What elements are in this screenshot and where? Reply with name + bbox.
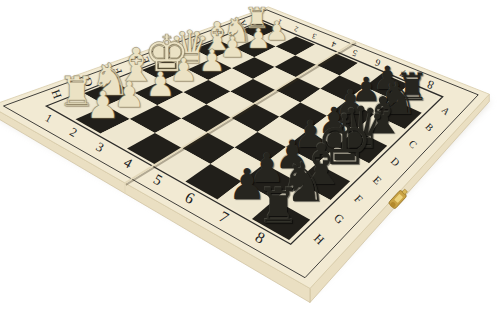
chess-set-photo: 1122334455667788AABBCCDDEEFFGGHH ♜♞♝♛♚♝♞… (0, 0, 500, 332)
piece-black-rook[interactable]: ♜ (256, 182, 300, 231)
piece-white-pawn[interactable]: ♟ (145, 67, 175, 101)
piece-white-pawn[interactable]: ♟ (86, 87, 120, 125)
piece-white-pawn[interactable]: ♟ (246, 25, 271, 53)
pieces-layer: ♜♞♝♛♚♝♞♜♟♟♟♟♟♟♟♟♟♟♟♟♟♟♟♟♜♞♝♛♚♝♞♜ (0, 0, 500, 332)
piece-white-pawn[interactable]: ♟ (198, 45, 225, 75)
